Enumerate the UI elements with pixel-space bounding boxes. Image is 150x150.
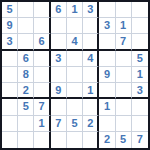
cell-r2c2[interactable] — [18, 18, 34, 34]
cell-r8c1[interactable] — [2, 116, 18, 132]
cell-r1c6[interactable]: 3 — [83, 2, 99, 18]
cell-r5c8[interactable] — [116, 67, 132, 83]
cell-r6c7[interactable] — [99, 83, 115, 99]
cell-r4c6[interactable]: 4 — [83, 51, 99, 67]
cell-r4c7[interactable] — [99, 51, 115, 67]
cell-r3c9[interactable] — [132, 34, 148, 50]
cell-r8c6[interactable]: 2 — [83, 116, 99, 132]
cell-r7c2[interactable]: 5 — [18, 99, 34, 115]
cell-r8c3[interactable]: 1 — [34, 116, 50, 132]
cell-r2c4[interactable] — [51, 18, 67, 34]
cell-r5c3[interactable] — [34, 67, 50, 83]
cell-r3c2[interactable] — [18, 34, 34, 50]
cell-r9c4[interactable] — [51, 132, 67, 148]
cell-r3c3[interactable]: 6 — [34, 34, 50, 50]
cell-r8c2[interactable] — [18, 116, 34, 132]
cell-r5c1[interactable] — [2, 67, 18, 83]
cell-r6c4[interactable]: 9 — [51, 83, 67, 99]
cell-r4c9[interactable]: 5 — [132, 51, 148, 67]
cell-r5c4[interactable] — [51, 67, 67, 83]
cell-r3c7[interactable] — [99, 34, 115, 50]
cell-r1c9[interactable] — [132, 2, 148, 18]
cell-r3c1[interactable]: 3 — [2, 34, 18, 50]
cell-r2c7[interactable]: 3 — [99, 18, 115, 34]
cell-r9c3[interactable] — [34, 132, 50, 148]
cell-r2c1[interactable]: 9 — [2, 18, 18, 34]
cell-r3c8[interactable]: 7 — [116, 34, 132, 50]
cell-r3c5[interactable]: 4 — [67, 34, 83, 50]
cell-r6c8[interactable] — [116, 83, 132, 99]
cell-r6c3[interactable] — [34, 83, 50, 99]
cell-r8c4[interactable]: 7 — [51, 116, 67, 132]
cell-r2c6[interactable] — [83, 18, 99, 34]
cell-r7c9[interactable] — [132, 99, 148, 115]
cell-r9c9[interactable]: 7 — [132, 132, 148, 148]
cell-r4c4[interactable]: 3 — [51, 51, 67, 67]
cell-r8c5[interactable]: 5 — [67, 116, 83, 132]
cell-r2c5[interactable] — [67, 18, 83, 34]
cell-r9c8[interactable]: 5 — [116, 132, 132, 148]
cell-r6c6[interactable]: 1 — [83, 83, 99, 99]
cell-r2c3[interactable] — [34, 18, 50, 34]
cell-r9c5[interactable] — [67, 132, 83, 148]
cell-r4c3[interactable] — [34, 51, 50, 67]
cell-r6c2[interactable]: 2 — [18, 83, 34, 99]
cell-r5c5[interactable] — [67, 67, 83, 83]
cell-r9c1[interactable] — [2, 132, 18, 148]
cell-r7c6[interactable] — [83, 99, 99, 115]
cell-r8c7[interactable] — [99, 116, 115, 132]
cell-r1c1[interactable]: 5 — [2, 2, 18, 18]
cell-r4c5[interactable] — [67, 51, 83, 67]
cell-r9c6[interactable] — [83, 132, 99, 148]
cell-r4c2[interactable]: 6 — [18, 51, 34, 67]
cell-r6c9[interactable]: 3 — [132, 83, 148, 99]
cell-r2c8[interactable]: 1 — [116, 18, 132, 34]
cell-r4c8[interactable] — [116, 51, 132, 67]
cell-r9c7[interactable]: 2 — [99, 132, 115, 148]
cell-r3c4[interactable] — [51, 34, 67, 50]
cell-r5c7[interactable]: 9 — [99, 67, 115, 83]
cell-r1c2[interactable] — [18, 2, 34, 18]
cell-r3c6[interactable] — [83, 34, 99, 50]
cell-r1c8[interactable] — [116, 2, 132, 18]
cell-r4c1[interactable] — [2, 51, 18, 67]
cell-r1c3[interactable] — [34, 2, 50, 18]
cell-r7c3[interactable]: 7 — [34, 99, 50, 115]
cell-r7c4[interactable] — [51, 99, 67, 115]
cell-r7c5[interactable] — [67, 99, 83, 115]
cell-r7c8[interactable] — [116, 99, 132, 115]
cell-r7c7[interactable]: 1 — [99, 99, 115, 115]
cell-r5c2[interactable]: 8 — [18, 67, 34, 83]
cell-r7c1[interactable] — [2, 99, 18, 115]
sudoku-board: 56139313647634589129135711752257 — [0, 0, 150, 150]
cell-r5c9[interactable]: 1 — [132, 67, 148, 83]
cell-r8c8[interactable] — [116, 116, 132, 132]
cell-r1c7[interactable] — [99, 2, 115, 18]
cell-r1c5[interactable]: 1 — [67, 2, 83, 18]
cell-r2c9[interactable] — [132, 18, 148, 34]
cell-r9c2[interactable] — [18, 132, 34, 148]
cell-r8c9[interactable] — [132, 116, 148, 132]
cell-r6c1[interactable] — [2, 83, 18, 99]
cell-r1c4[interactable]: 6 — [51, 2, 67, 18]
cell-r5c6[interactable] — [83, 67, 99, 83]
cell-r6c5[interactable] — [67, 83, 83, 99]
